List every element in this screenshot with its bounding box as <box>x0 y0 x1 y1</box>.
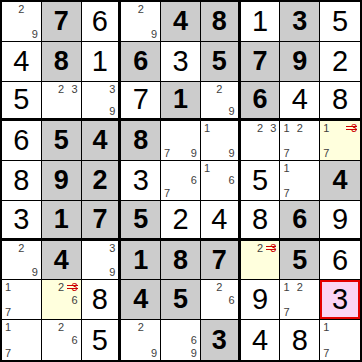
solved-digit: 6 <box>92 7 108 36</box>
cell-r8c2[interactable]: 236 <box>42 280 82 320</box>
candidate-grid: 26 <box>45 321 78 359</box>
candidate-9: 9 <box>105 105 115 117</box>
cell-r4c4[interactable]: 8 <box>121 121 161 161</box>
candidate-grid: 137 <box>323 122 357 159</box>
cell-r9c5[interactable]: 69 <box>161 320 201 360</box>
cell-r1c8[interactable]: 3 <box>280 2 320 42</box>
candidate-grid: 39 <box>85 83 116 118</box>
cell-r9c4[interactable]: 29 <box>121 320 161 360</box>
cell-r8c3[interactable]: 8 <box>82 280 122 320</box>
candidate-grid: 29 <box>5 242 38 279</box>
solved-digit: 8 <box>92 285 108 314</box>
candidate-7: 7 <box>164 147 175 159</box>
candidate-grid: 23 <box>244 122 277 159</box>
cell-r5c9[interactable]: 4 <box>320 161 360 201</box>
candidate-grid: 69 <box>164 321 197 359</box>
candidate-2: 2 <box>214 281 224 293</box>
cell-r6c6[interactable]: 4 <box>201 201 241 241</box>
candidate-grid: 17 <box>323 321 357 359</box>
solved-digit: 1 <box>252 7 268 36</box>
candidate-1: 1 <box>283 162 294 174</box>
given-digit: 5 <box>212 48 227 75</box>
given-digit: 8 <box>133 127 148 154</box>
candidate-9: 9 <box>105 266 115 278</box>
solved-digit: 3 <box>133 166 149 195</box>
cell-r5c3[interactable]: 2 <box>82 161 122 201</box>
cell-r3c2[interactable]: 23 <box>42 82 82 122</box>
cell-r9c2[interactable]: 26 <box>42 320 82 360</box>
candidate-2: 2 <box>294 122 305 134</box>
candidate-2: 2 <box>255 122 266 134</box>
eliminated-candidate-3: 3 <box>67 281 78 293</box>
cell-r2c2[interactable]: 8 <box>42 42 82 82</box>
cell-r7c6[interactable]: 7 <box>201 241 241 281</box>
given-digit: 7 <box>54 8 69 35</box>
given-digit: 9 <box>54 167 69 194</box>
cell-r7c3[interactable]: 39 <box>82 241 122 281</box>
candidate-2: 2 <box>56 83 67 95</box>
candidate-9: 9 <box>146 347 157 359</box>
cell-r5c7[interactable]: 5 <box>241 161 281 201</box>
candidate-1: 1 <box>5 321 16 333</box>
solved-digit: 7 <box>133 85 149 114</box>
candidate-grid: 29 <box>124 3 157 40</box>
solved-digit: 2 <box>172 205 188 234</box>
cell-r5c8[interactable]: 17 <box>280 161 320 201</box>
cell-r4c5[interactable]: 79 <box>161 121 201 161</box>
solved-digit: 5 <box>252 166 268 195</box>
solved-digit: 6 <box>13 126 29 155</box>
candidate-9: 9 <box>146 28 157 40</box>
candidate-grid: 127 <box>283 281 316 318</box>
candidate-9: 9 <box>27 266 38 278</box>
cell-r3c1[interactable]: 5 <box>2 82 42 122</box>
given-digit: 3 <box>292 8 307 35</box>
cell-r8c9[interactable]: 3 <box>320 280 360 320</box>
given-digit: 1 <box>173 86 188 113</box>
given-digit: 7 <box>212 247 227 274</box>
cell-r2c5[interactable]: 3 <box>161 42 201 82</box>
cell-r8c8[interactable]: 127 <box>280 280 320 320</box>
solved-digit: 3 <box>332 285 348 314</box>
candidate-1: 1 <box>204 162 214 174</box>
candidate-grid: 26 <box>204 281 235 318</box>
cell-r1c1[interactable]: 29 <box>2 2 42 42</box>
candidate-9: 9 <box>186 147 197 159</box>
cell-r1c4[interactable]: 29 <box>121 2 161 42</box>
given-digit: 1 <box>54 206 69 233</box>
candidate-7: 7 <box>283 187 294 199</box>
candidate-1: 1 <box>283 281 294 293</box>
candidate-2: 2 <box>56 321 67 333</box>
sudoku-board: 2976294813548163579252339712964865487919… <box>0 0 362 362</box>
cell-r4c2[interactable]: 5 <box>42 121 82 161</box>
given-digit: 9 <box>292 48 307 75</box>
cell-r6c5[interactable]: 2 <box>161 201 201 241</box>
candidate-2: 2 <box>56 281 67 293</box>
given-digit: 7 <box>92 206 107 233</box>
candidate-9: 9 <box>27 28 38 40</box>
cell-r7c8[interactable]: 5 <box>280 241 320 281</box>
given-digit: 5 <box>54 127 69 154</box>
candidate-6: 6 <box>186 334 197 346</box>
given-digit: 8 <box>212 8 227 35</box>
eliminated-candidate-3: 3 <box>346 122 357 134</box>
candidate-7: 7 <box>5 306 16 318</box>
cell-r5c4[interactable]: 3 <box>121 161 161 201</box>
cell-r8c7[interactable]: 9 <box>241 280 281 320</box>
cell-r6c3[interactable]: 7 <box>82 201 122 241</box>
cell-r3c3[interactable]: 39 <box>82 82 122 122</box>
candidate-3: 3 <box>105 242 115 254</box>
cell-r4c7[interactable]: 23 <box>241 121 281 161</box>
candidate-1: 1 <box>283 122 294 134</box>
candidate-9: 9 <box>224 105 234 117</box>
cell-r4c6[interactable]: 19 <box>201 121 241 161</box>
cell-r1c3[interactable]: 6 <box>82 2 122 42</box>
candidate-1: 1 <box>323 321 334 333</box>
candidate-grid: 19 <box>204 122 235 159</box>
cell-r3c4[interactable]: 7 <box>121 82 161 122</box>
candidate-grid: 39 <box>85 242 116 279</box>
cell-r3c8[interactable]: 4 <box>280 82 320 122</box>
given-digit: 5 <box>292 247 307 274</box>
candidate-6: 6 <box>67 334 78 346</box>
solved-digit: 4 <box>252 326 268 355</box>
cell-r6c9[interactable]: 9 <box>320 201 360 241</box>
solved-digit: 3 <box>172 47 188 76</box>
cell-r4c8[interactable]: 127 <box>280 121 320 161</box>
given-digit: 1 <box>133 247 148 274</box>
candidate-grid: 17 <box>5 281 38 318</box>
given-digit: 6 <box>292 206 307 233</box>
cell-r8c1[interactable]: 17 <box>2 280 42 320</box>
cell-r6c1[interactable]: 3 <box>2 201 42 241</box>
solved-digit: 8 <box>332 85 348 114</box>
cell-r3c6[interactable]: 29 <box>201 82 241 122</box>
candidate-7: 7 <box>323 147 334 159</box>
cell-r9c8[interactable]: 8 <box>280 320 320 360</box>
cell-r9c9[interactable]: 17 <box>320 320 360 360</box>
given-digit: 8 <box>173 247 188 274</box>
given-digit: 4 <box>173 8 188 35</box>
cell-r6c7[interactable]: 8 <box>241 201 281 241</box>
cell-r6c2[interactable]: 1 <box>42 201 82 241</box>
cell-r6c4[interactable]: 5 <box>121 201 161 241</box>
solved-digit: 5 <box>13 85 29 114</box>
cell-r1c9[interactable]: 5 <box>320 2 360 42</box>
cell-r9c6[interactable]: 3 <box>201 320 241 360</box>
candidate-7: 7 <box>283 147 294 159</box>
solved-digit: 5 <box>92 326 108 355</box>
cell-r2c4[interactable]: 6 <box>121 42 161 82</box>
given-digit: 4 <box>92 127 107 154</box>
candidate-2: 2 <box>135 321 146 333</box>
cell-r2c9[interactable]: 2 <box>320 42 360 82</box>
candidate-2: 2 <box>16 242 27 254</box>
cell-r3c7[interactable]: 6 <box>241 82 281 122</box>
candidate-grid: 16 <box>204 162 235 199</box>
candidate-2: 2 <box>135 3 146 15</box>
candidate-1: 1 <box>5 281 16 293</box>
candidate-2: 2 <box>214 83 224 95</box>
cell-r7c1[interactable]: 29 <box>2 241 42 281</box>
candidate-grid: 17 <box>283 162 316 199</box>
candidate-6: 6 <box>186 174 197 186</box>
solved-digit: 3 <box>13 205 29 234</box>
solved-digit: 8 <box>13 166 29 195</box>
cell-r1c6[interactable]: 8 <box>201 2 241 42</box>
given-digit: 5 <box>173 286 188 313</box>
cell-r8c4[interactable]: 4 <box>121 280 161 320</box>
given-digit: 4 <box>133 286 148 313</box>
candidate-3: 3 <box>105 83 115 95</box>
cell-r2c8[interactable]: 9 <box>280 42 320 82</box>
cell-r2c3[interactable]: 1 <box>82 42 122 82</box>
cell-r7c9[interactable]: 6 <box>320 241 360 281</box>
solved-digit: 4 <box>211 205 227 234</box>
candidate-1: 1 <box>323 122 334 134</box>
candidate-9: 9 <box>186 347 197 359</box>
cell-r9c1[interactable]: 17 <box>2 320 42 360</box>
eliminated-candidate-3: 3 <box>266 242 277 254</box>
cell-r7c2[interactable]: 4 <box>42 241 82 281</box>
candidate-2: 2 <box>255 242 266 254</box>
candidate-7: 7 <box>5 347 16 359</box>
candidate-grid: 17 <box>5 321 38 359</box>
cell-r4c9[interactable]: 137 <box>320 121 360 161</box>
cell-r2c7[interactable]: 7 <box>241 42 281 82</box>
candidate-grid: 29 <box>204 83 235 118</box>
candidate-2: 2 <box>294 281 305 293</box>
cell-r5c6[interactable]: 16 <box>201 161 241 201</box>
candidate-grid: 23 <box>244 242 277 279</box>
cell-r2c1[interactable]: 4 <box>2 42 42 82</box>
candidate-6: 6 <box>67 294 78 306</box>
cell-r3c9[interactable]: 8 <box>320 82 360 122</box>
candidate-3: 3 <box>67 83 78 95</box>
candidate-grid: 23 <box>45 83 78 118</box>
candidate-7: 7 <box>164 187 175 199</box>
solved-digit: 2 <box>332 47 348 76</box>
cell-r4c3[interactable]: 4 <box>82 121 122 161</box>
cell-r7c5[interactable]: 8 <box>161 241 201 281</box>
solved-digit: 1 <box>92 47 108 76</box>
cell-r5c1[interactable]: 8 <box>2 161 42 201</box>
candidate-3: 3 <box>266 122 277 134</box>
cell-r5c5[interactable]: 67 <box>161 161 201 201</box>
cell-r3c5[interactable]: 1 <box>161 82 201 122</box>
candidate-9: 9 <box>224 147 234 159</box>
candidate-grid: 79 <box>164 122 197 159</box>
given-digit: 4 <box>54 247 69 274</box>
given-digit: 5 <box>133 206 148 233</box>
cell-r1c2[interactable]: 7 <box>42 2 82 42</box>
cell-r9c7[interactable]: 4 <box>241 320 281 360</box>
cell-r7c7[interactable]: 23 <box>241 241 281 281</box>
candidate-grid: 236 <box>45 281 78 318</box>
candidate-6: 6 <box>224 174 234 186</box>
solved-digit: 5 <box>332 7 348 36</box>
solved-digit: 4 <box>292 85 308 114</box>
cell-r7c4[interactable]: 1 <box>121 241 161 281</box>
given-digit: 3 <box>212 327 227 354</box>
candidate-grid: 67 <box>164 162 197 199</box>
cell-r8c6[interactable]: 26 <box>201 280 241 320</box>
solved-digit: 8 <box>292 326 308 355</box>
given-digit: 7 <box>253 48 268 75</box>
candidate-6: 6 <box>224 294 234 306</box>
cell-r5c2[interactable]: 9 <box>42 161 82 201</box>
candidate-7: 7 <box>323 347 334 359</box>
given-digit: 4 <box>333 167 348 194</box>
candidate-grid: 127 <box>283 122 316 159</box>
cell-r1c7[interactable]: 1 <box>241 2 281 42</box>
candidate-1: 1 <box>204 122 214 134</box>
solved-digit: 9 <box>252 285 268 314</box>
candidate-grid: 29 <box>5 3 38 40</box>
given-digit: 8 <box>54 48 69 75</box>
given-digit: 2 <box>92 167 107 194</box>
cell-r4c1[interactable]: 6 <box>2 121 42 161</box>
cell-r2c6[interactable]: 5 <box>201 42 241 82</box>
candidate-7: 7 <box>283 306 294 318</box>
candidate-grid: 29 <box>124 321 157 359</box>
given-digit: 6 <box>253 86 268 113</box>
solved-digit: 4 <box>13 47 29 76</box>
cell-r8c5[interactable]: 5 <box>161 280 201 320</box>
solved-digit: 8 <box>252 205 268 234</box>
cell-r9c3[interactable]: 5 <box>82 320 122 360</box>
given-digit: 6 <box>133 48 148 75</box>
candidate-2: 2 <box>16 3 27 15</box>
solved-digit: 6 <box>332 246 348 275</box>
solved-digit: 9 <box>332 205 348 234</box>
cell-r1c5[interactable]: 4 <box>161 2 201 42</box>
cell-r6c8[interactable]: 6 <box>280 201 320 241</box>
